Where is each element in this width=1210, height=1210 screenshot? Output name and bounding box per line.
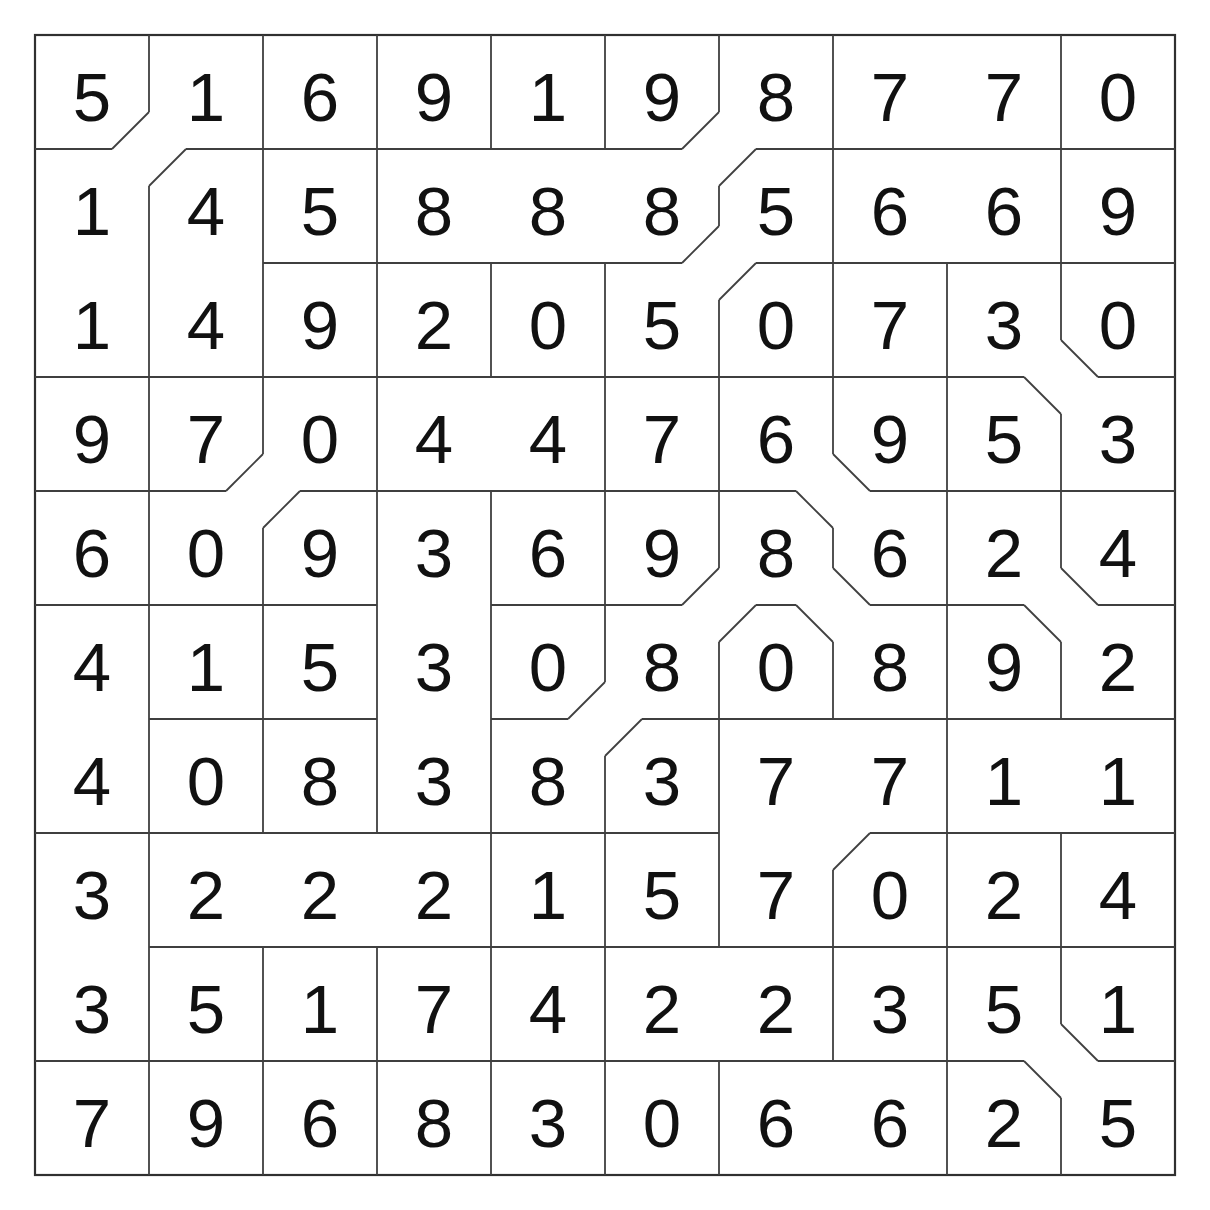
cell-r7c8[interactable]: 7 bbox=[833, 719, 947, 833]
cell-r2c10[interactable]: 9 bbox=[1061, 149, 1175, 263]
cell-r7c6[interactable]: 3 bbox=[605, 719, 719, 833]
puzzle-board: 5169198770145888566914920507309704476953… bbox=[0, 0, 1210, 1210]
cell-r1c5[interactable]: 1 bbox=[491, 35, 605, 149]
cell-r3c4[interactable]: 2 bbox=[377, 263, 491, 377]
cell-r6c8[interactable]: 8 bbox=[833, 605, 947, 719]
cell-r9c6[interactable]: 2 bbox=[605, 947, 719, 1061]
cell-r5c6[interactable]: 9 bbox=[605, 491, 719, 605]
cell-r10c3[interactable]: 6 bbox=[263, 1061, 377, 1175]
cell-r1c4[interactable]: 9 bbox=[377, 35, 491, 149]
cell-r7c9[interactable]: 1 bbox=[947, 719, 1061, 833]
cell-r2c2[interactable]: 4 bbox=[149, 149, 263, 263]
cell-r10c8[interactable]: 6 bbox=[833, 1061, 947, 1175]
cell-r7c2[interactable]: 0 bbox=[149, 719, 263, 833]
cell-r9c8[interactable]: 3 bbox=[833, 947, 947, 1061]
cell-r5c4[interactable]: 3 bbox=[377, 491, 491, 605]
cell-r5c8[interactable]: 6 bbox=[833, 491, 947, 605]
cell-r8c6[interactable]: 5 bbox=[605, 833, 719, 947]
cell-r1c10[interactable]: 0 bbox=[1061, 35, 1175, 149]
cell-r1c3[interactable]: 6 bbox=[263, 35, 377, 149]
cell-r6c3[interactable]: 5 bbox=[263, 605, 377, 719]
cell-r9c7[interactable]: 2 bbox=[719, 947, 833, 1061]
cell-r3c6[interactable]: 5 bbox=[605, 263, 719, 377]
cell-r7c4[interactable]: 3 bbox=[377, 719, 491, 833]
cell-r2c8[interactable]: 6 bbox=[833, 149, 947, 263]
cell-r5c2[interactable]: 0 bbox=[149, 491, 263, 605]
cell-r8c4[interactable]: 2 bbox=[377, 833, 491, 947]
cell-r4c7[interactable]: 6 bbox=[719, 377, 833, 491]
cell-r3c7[interactable]: 0 bbox=[719, 263, 833, 377]
cell-r4c5[interactable]: 4 bbox=[491, 377, 605, 491]
cell-r2c3[interactable]: 5 bbox=[263, 149, 377, 263]
cell-r6c2[interactable]: 1 bbox=[149, 605, 263, 719]
cell-r8c1[interactable]: 3 bbox=[35, 833, 149, 947]
cell-r5c3[interactable]: 9 bbox=[263, 491, 377, 605]
cell-r3c9[interactable]: 3 bbox=[947, 263, 1061, 377]
cell-r7c3[interactable]: 8 bbox=[263, 719, 377, 833]
cell-r10c4[interactable]: 8 bbox=[377, 1061, 491, 1175]
cell-r8c9[interactable]: 2 bbox=[947, 833, 1061, 947]
cell-r9c1[interactable]: 3 bbox=[35, 947, 149, 1061]
cell-r7c1[interactable]: 4 bbox=[35, 719, 149, 833]
cell-r9c3[interactable]: 1 bbox=[263, 947, 377, 1061]
cell-r6c7[interactable]: 0 bbox=[719, 605, 833, 719]
cell-r4c10[interactable]: 3 bbox=[1061, 377, 1175, 491]
cell-r5c10[interactable]: 4 bbox=[1061, 491, 1175, 605]
cell-r4c8[interactable]: 9 bbox=[833, 377, 947, 491]
cell-r2c5[interactable]: 8 bbox=[491, 149, 605, 263]
cell-r6c10[interactable]: 2 bbox=[1061, 605, 1175, 719]
cell-r8c7[interactable]: 7 bbox=[719, 833, 833, 947]
cell-r4c6[interactable]: 7 bbox=[605, 377, 719, 491]
cell-r2c6[interactable]: 8 bbox=[605, 149, 719, 263]
cell-r5c5[interactable]: 6 bbox=[491, 491, 605, 605]
cell-r2c1[interactable]: 1 bbox=[35, 149, 149, 263]
cell-r4c1[interactable]: 9 bbox=[35, 377, 149, 491]
cell-r7c10[interactable]: 1 bbox=[1061, 719, 1175, 833]
cell-r4c2[interactable]: 7 bbox=[149, 377, 263, 491]
cell-r6c1[interactable]: 4 bbox=[35, 605, 149, 719]
cell-r10c5[interactable]: 3 bbox=[491, 1061, 605, 1175]
cell-r9c4[interactable]: 7 bbox=[377, 947, 491, 1061]
cell-r10c10[interactable]: 5 bbox=[1061, 1061, 1175, 1175]
cell-r8c8[interactable]: 0 bbox=[833, 833, 947, 947]
cell-r4c3[interactable]: 0 bbox=[263, 377, 377, 491]
cell-r6c6[interactable]: 8 bbox=[605, 605, 719, 719]
cell-r10c2[interactable]: 9 bbox=[149, 1061, 263, 1175]
cell-r3c10[interactable]: 0 bbox=[1061, 263, 1175, 377]
cell-r3c1[interactable]: 1 bbox=[35, 263, 149, 377]
cell-r8c5[interactable]: 1 bbox=[491, 833, 605, 947]
cell-r6c5[interactable]: 0 bbox=[491, 605, 605, 719]
cell-r3c3[interactable]: 9 bbox=[263, 263, 377, 377]
cell-r10c9[interactable]: 2 bbox=[947, 1061, 1061, 1175]
cell-r1c1[interactable]: 5 bbox=[35, 35, 149, 149]
cell-r8c3[interactable]: 2 bbox=[263, 833, 377, 947]
cell-r8c2[interactable]: 2 bbox=[149, 833, 263, 947]
cell-r10c6[interactable]: 0 bbox=[605, 1061, 719, 1175]
cell-r2c4[interactable]: 8 bbox=[377, 149, 491, 263]
cell-r5c7[interactable]: 8 bbox=[719, 491, 833, 605]
cell-r9c9[interactable]: 5 bbox=[947, 947, 1061, 1061]
cell-r6c4[interactable]: 3 bbox=[377, 605, 491, 719]
cell-r1c8[interactable]: 7 bbox=[833, 35, 947, 149]
cell-r6c9[interactable]: 9 bbox=[947, 605, 1061, 719]
cell-r5c9[interactable]: 2 bbox=[947, 491, 1061, 605]
cell-r3c2[interactable]: 4 bbox=[149, 263, 263, 377]
cell-r2c9[interactable]: 6 bbox=[947, 149, 1061, 263]
cell-r7c7[interactable]: 7 bbox=[719, 719, 833, 833]
cell-r1c2[interactable]: 1 bbox=[149, 35, 263, 149]
cell-r10c1[interactable]: 7 bbox=[35, 1061, 149, 1175]
digit-grid: 5169198770145888566914920507309704476953… bbox=[35, 35, 1175, 1175]
cell-r1c6[interactable]: 9 bbox=[605, 35, 719, 149]
cell-r3c8[interactable]: 7 bbox=[833, 263, 947, 377]
cell-r2c7[interactable]: 5 bbox=[719, 149, 833, 263]
cell-r4c4[interactable]: 4 bbox=[377, 377, 491, 491]
cell-r9c10[interactable]: 1 bbox=[1061, 947, 1175, 1061]
cell-r5c1[interactable]: 6 bbox=[35, 491, 149, 605]
cell-r1c7[interactable]: 8 bbox=[719, 35, 833, 149]
cell-r4c9[interactable]: 5 bbox=[947, 377, 1061, 491]
cell-r8c10[interactable]: 4 bbox=[1061, 833, 1175, 947]
cell-r7c5[interactable]: 8 bbox=[491, 719, 605, 833]
cell-r10c7[interactable]: 6 bbox=[719, 1061, 833, 1175]
cell-r3c5[interactable]: 0 bbox=[491, 263, 605, 377]
cell-r9c2[interactable]: 5 bbox=[149, 947, 263, 1061]
cell-r9c5[interactable]: 4 bbox=[491, 947, 605, 1061]
cell-r1c9[interactable]: 7 bbox=[947, 35, 1061, 149]
